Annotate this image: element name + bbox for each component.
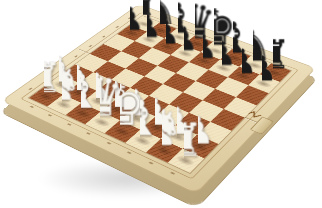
coordinate-mark — [86, 132, 91, 135]
coordinate-mark — [170, 172, 175, 175]
chess-board-case: ♜♞♝♛♚♝♞♜♟♟♟♟♟♟♟♟♟♟♟♟♟♟♟♟♜♞♝♛♚♝♞♜ — [1, 4, 316, 194]
perspective-view: ♜♞♝♛♚♝♞♜♟♟♟♟♟♟♟♟♟♟♟♟♟♟♟♟♜♞♝♛♚♝♞♜ — [0, 0, 322, 208]
chess-set-photo: ♜♞♝♛♚♝♞♜♟♟♟♟♟♟♟♟♟♟♟♟♟♟♟♟♜♞♝♛♚♝♞♜ — [0, 0, 322, 208]
coordinate-mark — [148, 161, 153, 164]
coordinate-mark — [106, 142, 111, 145]
coordinate-mark — [48, 114, 53, 117]
coordinate-mark — [67, 123, 72, 126]
coordinate-mark — [29, 106, 34, 108]
chess-board: ♜♞♝♛♚♝♞♜♟♟♟♟♟♟♟♟♟♟♟♟♟♟♟♟♜♞♝♛♚♝♞♜ — [29, 16, 291, 173]
coordinate-mark — [127, 151, 132, 154]
white-rook[interactable]: ♜ — [163, 117, 204, 162]
black-pawn[interactable]: ♟ — [247, 51, 278, 85]
